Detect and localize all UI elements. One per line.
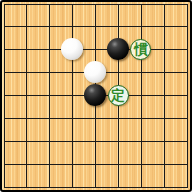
grid-line-horizontal — [4, 118, 188, 119]
black-stone — [84, 84, 106, 106]
go-board[interactable]: 慣定 — [0, 0, 192, 192]
grid-line-vertical — [164, 4, 165, 188]
white-stone — [61, 38, 83, 60]
grid-line-horizontal — [4, 164, 188, 165]
black-stone — [107, 38, 129, 60]
white-stone — [84, 61, 106, 83]
grid-line-vertical — [187, 4, 188, 188]
grid-line-horizontal — [4, 141, 188, 142]
move-label[interactable]: 定 — [108, 85, 129, 106]
grid-line-vertical — [141, 4, 142, 188]
move-label[interactable]: 慣 — [130, 39, 151, 60]
grid-line-horizontal — [4, 187, 188, 188]
